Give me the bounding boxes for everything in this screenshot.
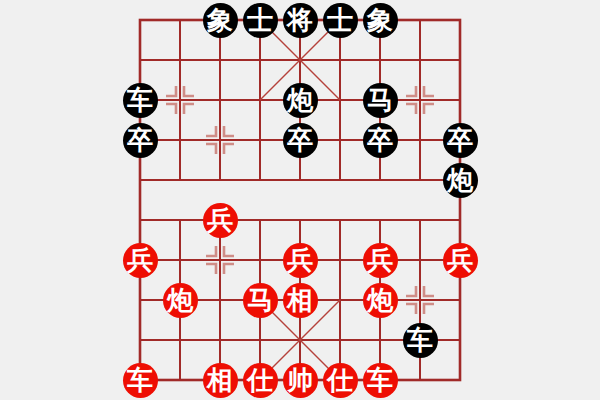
board-point[interactable] xyxy=(360,200,400,240)
board-point[interactable]: 卒 xyxy=(440,120,480,160)
board-point[interactable] xyxy=(240,200,280,240)
board-point[interactable] xyxy=(280,40,320,80)
board-point[interactable] xyxy=(400,360,440,400)
board-point[interactable]: 卒 xyxy=(360,120,400,160)
board-point[interactable]: 仕 xyxy=(320,360,360,400)
piece-red-horse[interactable]: 马 xyxy=(243,283,278,318)
board-point[interactable] xyxy=(120,0,160,40)
board-point[interactable]: 车 xyxy=(120,360,160,400)
board-point[interactable] xyxy=(120,200,160,240)
board-point[interactable] xyxy=(240,120,280,160)
board-point[interactable] xyxy=(240,40,280,80)
board-point[interactable] xyxy=(320,160,360,200)
board-point[interactable]: 车 xyxy=(360,360,400,400)
board-point[interactable] xyxy=(320,40,360,80)
board-point[interactable] xyxy=(160,200,200,240)
board-point[interactable]: 相 xyxy=(280,280,320,320)
board-point[interactable] xyxy=(400,0,440,40)
xiangqi-board: 象士将士象车炮马卒卒卒卒炮兵兵兵兵兵炮马相炮车车相仕帅仕车 xyxy=(0,0,600,400)
board-point[interactable] xyxy=(120,160,160,200)
board-point[interactable]: 象 xyxy=(360,0,400,40)
piece-red-soldier[interactable]: 兵 xyxy=(283,243,318,278)
board-point[interactable] xyxy=(160,40,200,80)
board-point[interactable] xyxy=(360,320,400,360)
piece-black-elephant[interactable]: 象 xyxy=(363,3,398,38)
board-point[interactable] xyxy=(320,280,360,320)
board-point[interactable] xyxy=(440,320,480,360)
board-point[interactable] xyxy=(400,280,440,320)
board-point[interactable] xyxy=(400,160,440,200)
piece-black-cannon[interactable]: 炮 xyxy=(283,83,318,118)
board-point[interactable] xyxy=(160,0,200,40)
board-point[interactable]: 炮 xyxy=(360,280,400,320)
board-point[interactable]: 士 xyxy=(320,0,360,40)
board-point[interactable] xyxy=(400,240,440,280)
piece-black-soldier[interactable]: 卒 xyxy=(443,123,478,158)
board-point[interactable]: 炮 xyxy=(280,80,320,120)
piece-red-chariot[interactable]: 车 xyxy=(123,363,158,398)
piece-black-soldier[interactable]: 卒 xyxy=(123,123,158,158)
piece-black-cannon[interactable]: 炮 xyxy=(443,163,478,198)
board-point[interactable] xyxy=(160,240,200,280)
board-point[interactable] xyxy=(360,160,400,200)
board-point[interactable]: 兵 xyxy=(200,200,240,240)
piece-red-cannon[interactable]: 炮 xyxy=(163,283,198,318)
board-point[interactable] xyxy=(200,160,240,200)
board-point[interactable] xyxy=(160,160,200,200)
piece-red-cannon[interactable]: 炮 xyxy=(363,283,398,318)
board-point[interactable] xyxy=(200,320,240,360)
board-point[interactable] xyxy=(320,120,360,160)
board-point[interactable]: 将 xyxy=(280,0,320,40)
board-point[interactable] xyxy=(280,200,320,240)
board-point[interactable]: 卒 xyxy=(280,120,320,160)
board-points-grid: 象士将士象车炮马卒卒卒卒炮兵兵兵兵兵炮马相炮车车相仕帅仕车 xyxy=(120,0,480,400)
piece-black-horse[interactable]: 马 xyxy=(363,83,398,118)
board-point[interactable] xyxy=(320,240,360,280)
board-point[interactable] xyxy=(440,280,480,320)
piece-black-soldier[interactable]: 卒 xyxy=(363,123,398,158)
piece-red-advisor[interactable]: 仕 xyxy=(243,363,278,398)
piece-black-chariot[interactable]: 车 xyxy=(123,83,158,118)
board-point[interactable] xyxy=(240,240,280,280)
piece-black-soldier[interactable]: 卒 xyxy=(283,123,318,158)
board-point[interactable] xyxy=(400,40,440,80)
piece-black-general[interactable]: 将 xyxy=(283,3,318,38)
board-point[interactable]: 士 xyxy=(240,0,280,40)
board-point[interactable]: 兵 xyxy=(440,240,480,280)
piece-black-chariot[interactable]: 车 xyxy=(403,323,438,358)
board-point[interactable]: 车 xyxy=(400,320,440,360)
board-point[interactable] xyxy=(280,160,320,200)
board-point[interactable] xyxy=(160,80,200,120)
board-point[interactable] xyxy=(320,200,360,240)
piece-red-elephant[interactable]: 相 xyxy=(283,283,318,318)
board-point[interactable] xyxy=(400,120,440,160)
board-point[interactable] xyxy=(320,80,360,120)
piece-black-advisor[interactable]: 士 xyxy=(323,3,358,38)
board-point[interactable] xyxy=(320,320,360,360)
board-point[interactable] xyxy=(440,0,480,40)
piece-red-soldier[interactable]: 兵 xyxy=(123,243,158,278)
piece-black-advisor[interactable]: 士 xyxy=(243,3,278,38)
board-point[interactable] xyxy=(160,120,200,160)
board-point[interactable] xyxy=(200,40,240,80)
board-point[interactable]: 象 xyxy=(200,0,240,40)
board-point[interactable] xyxy=(240,80,280,120)
board-point[interactable]: 卒 xyxy=(120,120,160,160)
board-point[interactable] xyxy=(240,320,280,360)
board-point[interactable] xyxy=(440,360,480,400)
board-point[interactable]: 兵 xyxy=(280,240,320,280)
piece-red-elephant[interactable]: 相 xyxy=(203,363,238,398)
board-point[interactable]: 马 xyxy=(360,80,400,120)
piece-red-soldier[interactable]: 兵 xyxy=(363,243,398,278)
board-point[interactable]: 马 xyxy=(240,280,280,320)
board-point[interactable] xyxy=(160,360,200,400)
board-point[interactable]: 车 xyxy=(120,80,160,120)
board-point[interactable] xyxy=(160,320,200,360)
board-point[interactable] xyxy=(440,40,480,80)
board-point[interactable] xyxy=(400,200,440,240)
board-point[interactable]: 炮 xyxy=(160,280,200,320)
board-point[interactable]: 炮 xyxy=(440,160,480,200)
piece-red-general[interactable]: 帅 xyxy=(283,363,318,398)
board-point[interactable] xyxy=(440,200,480,240)
board-point[interactable] xyxy=(120,280,160,320)
piece-red-advisor[interactable]: 仕 xyxy=(323,363,358,398)
board-point[interactable] xyxy=(200,120,240,160)
board-point[interactable]: 相 xyxy=(200,360,240,400)
board-point[interactable] xyxy=(200,240,240,280)
board-point[interactable] xyxy=(200,80,240,120)
piece-red-soldier[interactable]: 兵 xyxy=(443,243,478,278)
board-point[interactable] xyxy=(200,280,240,320)
board-point[interactable]: 帅 xyxy=(280,360,320,400)
board-point[interactable]: 兵 xyxy=(360,240,400,280)
board-point[interactable] xyxy=(440,80,480,120)
board-point[interactable] xyxy=(400,80,440,120)
piece-red-chariot[interactable]: 车 xyxy=(363,363,398,398)
board-point[interactable] xyxy=(120,40,160,80)
board-point[interactable] xyxy=(280,320,320,360)
board-point[interactable] xyxy=(360,40,400,80)
board-point[interactable] xyxy=(240,160,280,200)
piece-red-soldier[interactable]: 兵 xyxy=(203,203,238,238)
board-point[interactable]: 仕 xyxy=(240,360,280,400)
board-point[interactable]: 兵 xyxy=(120,240,160,280)
board-point[interactable] xyxy=(120,320,160,360)
piece-black-elephant[interactable]: 象 xyxy=(203,3,238,38)
